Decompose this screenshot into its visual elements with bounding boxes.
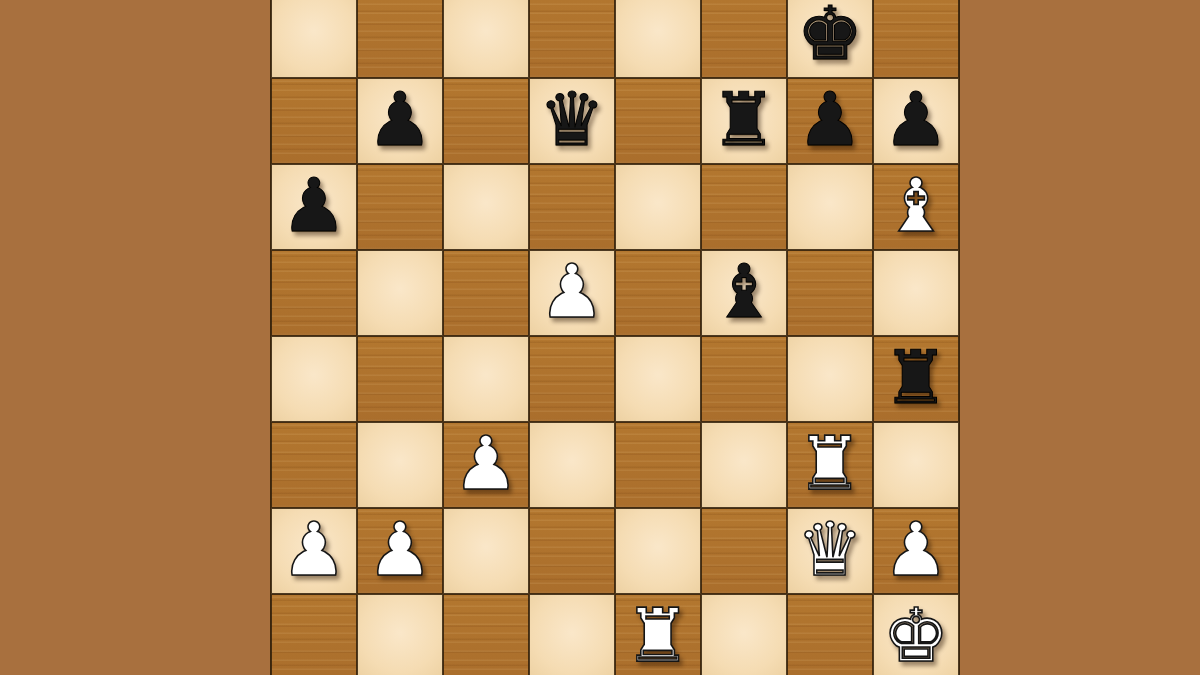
square-f3[interactable] xyxy=(701,422,787,508)
piece-white-pawn[interactable]: ♟ xyxy=(883,512,949,586)
piece-white-rook[interactable]: ♜ xyxy=(625,598,691,672)
piece-black-bishop[interactable]: ♝ xyxy=(711,254,777,328)
square-e3[interactable] xyxy=(615,422,701,508)
square-g7[interactable]: ♟ xyxy=(787,78,873,164)
piece-white-pawn[interactable]: ♟ xyxy=(453,426,519,500)
piece-white-pawn[interactable]: ♟ xyxy=(367,512,433,586)
square-c6[interactable] xyxy=(443,164,529,250)
square-b7[interactable]: ♟ xyxy=(357,78,443,164)
square-e8[interactable] xyxy=(615,0,701,78)
square-b6[interactable] xyxy=(357,164,443,250)
square-d6[interactable] xyxy=(529,164,615,250)
square-d5[interactable]: ♟ xyxy=(529,250,615,336)
square-a2[interactable]: ♟ xyxy=(271,508,357,594)
square-e4[interactable] xyxy=(615,336,701,422)
piece-white-pawn[interactable]: ♟ xyxy=(281,512,347,586)
square-b4[interactable] xyxy=(357,336,443,422)
square-f2[interactable] xyxy=(701,508,787,594)
piece-white-pawn[interactable]: ♟ xyxy=(539,254,605,328)
square-b3[interactable] xyxy=(357,422,443,508)
piece-white-bishop[interactable]: ♝ xyxy=(883,168,949,242)
square-b2[interactable]: ♟ xyxy=(357,508,443,594)
square-e6[interactable] xyxy=(615,164,701,250)
chess-board: ♚♟♛♜♟♟♟♝♟♝♜♟♜♟♟♛♟♜♚ xyxy=(270,0,960,675)
square-g5[interactable] xyxy=(787,250,873,336)
square-d4[interactable] xyxy=(529,336,615,422)
piece-black-pawn[interactable]: ♟ xyxy=(281,168,347,242)
square-h4[interactable]: ♜ xyxy=(873,336,959,422)
square-g2[interactable]: ♛ xyxy=(787,508,873,594)
square-h5[interactable] xyxy=(873,250,959,336)
square-e2[interactable] xyxy=(615,508,701,594)
square-c8[interactable] xyxy=(443,0,529,78)
square-a5[interactable] xyxy=(271,250,357,336)
square-d8[interactable] xyxy=(529,0,615,78)
square-f7[interactable]: ♜ xyxy=(701,78,787,164)
piece-black-king[interactable]: ♚ xyxy=(797,0,863,70)
square-h8[interactable] xyxy=(873,0,959,78)
square-g8[interactable]: ♚ xyxy=(787,0,873,78)
square-d1[interactable] xyxy=(529,594,615,675)
piece-white-queen[interactable]: ♛ xyxy=(797,512,863,586)
square-d2[interactable] xyxy=(529,508,615,594)
square-g6[interactable] xyxy=(787,164,873,250)
square-a3[interactable] xyxy=(271,422,357,508)
piece-black-rook[interactable]: ♜ xyxy=(711,82,777,156)
piece-black-rook[interactable]: ♜ xyxy=(883,340,949,414)
square-f6[interactable] xyxy=(701,164,787,250)
square-g3[interactable]: ♜ xyxy=(787,422,873,508)
square-a4[interactable] xyxy=(271,336,357,422)
square-c7[interactable] xyxy=(443,78,529,164)
square-c2[interactable] xyxy=(443,508,529,594)
piece-white-king[interactable]: ♚ xyxy=(883,598,949,672)
square-f1[interactable] xyxy=(701,594,787,675)
square-g1[interactable] xyxy=(787,594,873,675)
square-h6[interactable]: ♝ xyxy=(873,164,959,250)
square-c1[interactable] xyxy=(443,594,529,675)
square-a7[interactable] xyxy=(271,78,357,164)
square-e7[interactable] xyxy=(615,78,701,164)
page-background: ♚♟♛♜♟♟♟♝♟♝♜♟♜♟♟♛♟♜♚ xyxy=(0,0,1200,675)
square-g4[interactable] xyxy=(787,336,873,422)
piece-black-pawn[interactable]: ♟ xyxy=(797,82,863,156)
piece-white-rook[interactable]: ♜ xyxy=(797,426,863,500)
square-a8[interactable] xyxy=(271,0,357,78)
square-d7[interactable]: ♛ xyxy=(529,78,615,164)
square-b1[interactable] xyxy=(357,594,443,675)
square-d3[interactable] xyxy=(529,422,615,508)
square-f8[interactable] xyxy=(701,0,787,78)
square-f5[interactable]: ♝ xyxy=(701,250,787,336)
square-b8[interactable] xyxy=(357,0,443,78)
square-h1[interactable]: ♚ xyxy=(873,594,959,675)
square-h7[interactable]: ♟ xyxy=(873,78,959,164)
square-e1[interactable]: ♜ xyxy=(615,594,701,675)
square-b5[interactable] xyxy=(357,250,443,336)
square-a6[interactable]: ♟ xyxy=(271,164,357,250)
square-c5[interactable] xyxy=(443,250,529,336)
square-e5[interactable] xyxy=(615,250,701,336)
square-c4[interactable] xyxy=(443,336,529,422)
piece-black-pawn[interactable]: ♟ xyxy=(883,82,949,156)
piece-black-queen[interactable]: ♛ xyxy=(539,82,605,156)
square-c3[interactable]: ♟ xyxy=(443,422,529,508)
square-f4[interactable] xyxy=(701,336,787,422)
square-h2[interactable]: ♟ xyxy=(873,508,959,594)
square-a1[interactable] xyxy=(271,594,357,675)
piece-black-pawn[interactable]: ♟ xyxy=(367,82,433,156)
square-h3[interactable] xyxy=(873,422,959,508)
